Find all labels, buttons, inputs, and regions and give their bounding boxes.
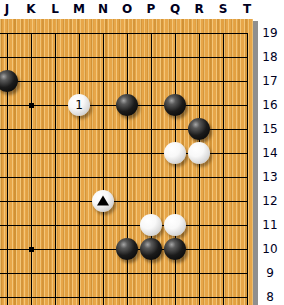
column-label-J: J: [0, 1, 17, 17]
black-stone[interactable]: [164, 94, 186, 116]
grid-line-horizontal: [0, 153, 248, 154]
row-label-14: 14: [257, 145, 283, 161]
row-label-19: 19: [257, 25, 283, 41]
grid-line-vertical: [175, 33, 176, 305]
black-stone[interactable]: [140, 238, 162, 260]
white-stone[interactable]: [164, 142, 186, 164]
grid-line-vertical: [223, 33, 224, 305]
grid-line-horizontal: [0, 81, 248, 82]
row-label-18: 18: [257, 49, 283, 65]
row-label-15: 15: [257, 121, 283, 137]
grid-line-vertical: [199, 33, 200, 305]
column-label-Q: Q: [165, 1, 185, 17]
grid-line-vertical: [55, 33, 56, 305]
row-label-16: 16: [257, 97, 283, 113]
column-label-L: L: [45, 1, 65, 17]
grid-line-horizontal: [0, 177, 248, 178]
grid-line-horizontal: [0, 225, 248, 226]
move-number-label: 1: [68, 94, 90, 116]
white-stone[interactable]: [140, 214, 162, 236]
black-stone[interactable]: [188, 118, 210, 140]
star-point: [29, 247, 34, 252]
grid-line-horizontal: [0, 297, 248, 298]
grid-line-horizontal: [0, 129, 248, 130]
grid-line-horizontal: [0, 273, 248, 274]
row-label-17: 17: [257, 73, 283, 89]
white-stone[interactable]: 1: [68, 94, 90, 116]
row-label-13: 13: [257, 169, 283, 185]
white-stone[interactable]: [188, 142, 210, 164]
grid-line-vertical: [103, 33, 104, 305]
row-label-8: 8: [257, 289, 283, 305]
black-stone[interactable]: [164, 238, 186, 260]
column-label-O: O: [117, 1, 137, 17]
row-label-9: 9: [257, 265, 283, 281]
white-stone[interactable]: [164, 214, 186, 236]
grid-line-vertical: [247, 33, 248, 305]
black-stone[interactable]: [116, 94, 138, 116]
row-label-12: 12: [257, 193, 283, 209]
grid-line-vertical: [127, 33, 128, 305]
grid-line-horizontal: [0, 33, 248, 34]
black-stone[interactable]: [116, 238, 138, 260]
white-stone[interactable]: [92, 190, 114, 212]
row-label-10: 10: [257, 241, 283, 257]
grid-line-horizontal: [0, 201, 248, 202]
column-label-P: P: [141, 1, 161, 17]
column-label-K: K: [21, 1, 41, 17]
column-label-R: R: [189, 1, 209, 17]
grid-line-vertical: [31, 33, 32, 305]
column-label-N: N: [93, 1, 113, 17]
star-point: [29, 103, 34, 108]
grid-line-vertical: [151, 33, 152, 305]
column-label-M: M: [69, 1, 89, 17]
column-label-S: S: [213, 1, 233, 17]
grid-line-horizontal: [0, 57, 248, 58]
row-label-11: 11: [257, 217, 283, 233]
grid-line-vertical: [79, 33, 80, 305]
go-board-diagram: 1 JKLMNOPQRST 1918171615141312111098: [0, 0, 284, 305]
column-label-T: T: [237, 1, 257, 17]
triangle-mark-icon: [97, 196, 109, 206]
